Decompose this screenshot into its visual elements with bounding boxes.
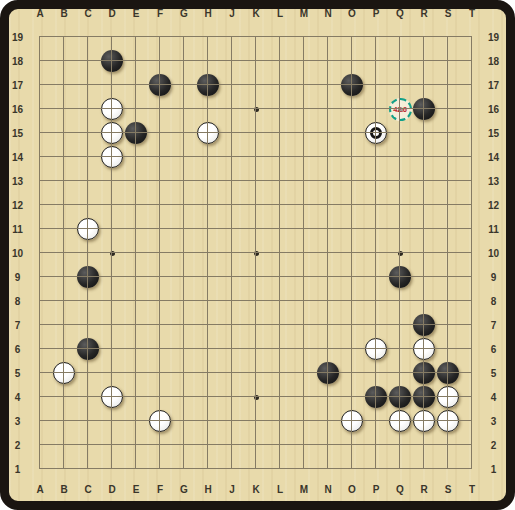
black-stone-R5 xyxy=(413,362,435,384)
last-move-marker xyxy=(370,127,382,139)
black-stone-N5 xyxy=(317,362,339,384)
white-stone-C11 xyxy=(77,218,99,240)
black-stone-H17 xyxy=(197,74,219,96)
white-stone-B5 xyxy=(53,362,75,384)
white-stone-R3 xyxy=(413,410,435,432)
white-stone-H15 xyxy=(197,122,219,144)
white-stone-S3 xyxy=(437,410,459,432)
white-stone-D15 xyxy=(101,122,123,144)
black-stone-D18 xyxy=(101,50,123,72)
white-stone-P15 xyxy=(365,122,387,144)
black-stone-F17 xyxy=(149,74,171,96)
white-stone-F3 xyxy=(149,410,171,432)
black-stone-R7 xyxy=(413,314,435,336)
black-stone-Q9 xyxy=(389,266,411,288)
black-stone-R4 xyxy=(413,386,435,408)
white-stone-D14 xyxy=(101,146,123,168)
black-stone-Q4 xyxy=(389,386,411,408)
black-stone-R16 xyxy=(413,98,435,120)
star-point-K4 xyxy=(254,395,259,400)
star-point-K16 xyxy=(254,107,259,112)
black-stone-C6 xyxy=(77,338,99,360)
black-stone-O17 xyxy=(341,74,363,96)
star-point-K10 xyxy=(254,251,259,256)
black-stone-P4 xyxy=(365,386,387,408)
white-stone-R6 xyxy=(413,338,435,360)
star-point-D10 xyxy=(110,251,115,256)
star-point-Q10 xyxy=(398,251,403,256)
black-stone-C9 xyxy=(77,266,99,288)
black-stone-E15 xyxy=(125,122,147,144)
move-suggestion-Q16[interactable]: 42.6 xyxy=(389,98,412,121)
white-stone-Q3 xyxy=(389,410,411,432)
white-stone-P6 xyxy=(365,338,387,360)
white-stone-D16 xyxy=(101,98,123,120)
black-stone-S5 xyxy=(437,362,459,384)
white-stone-S4 xyxy=(437,386,459,408)
white-stone-D4 xyxy=(101,386,123,408)
go-board-grid[interactable]: 42.6 xyxy=(28,25,484,481)
white-stone-O3 xyxy=(341,410,363,432)
